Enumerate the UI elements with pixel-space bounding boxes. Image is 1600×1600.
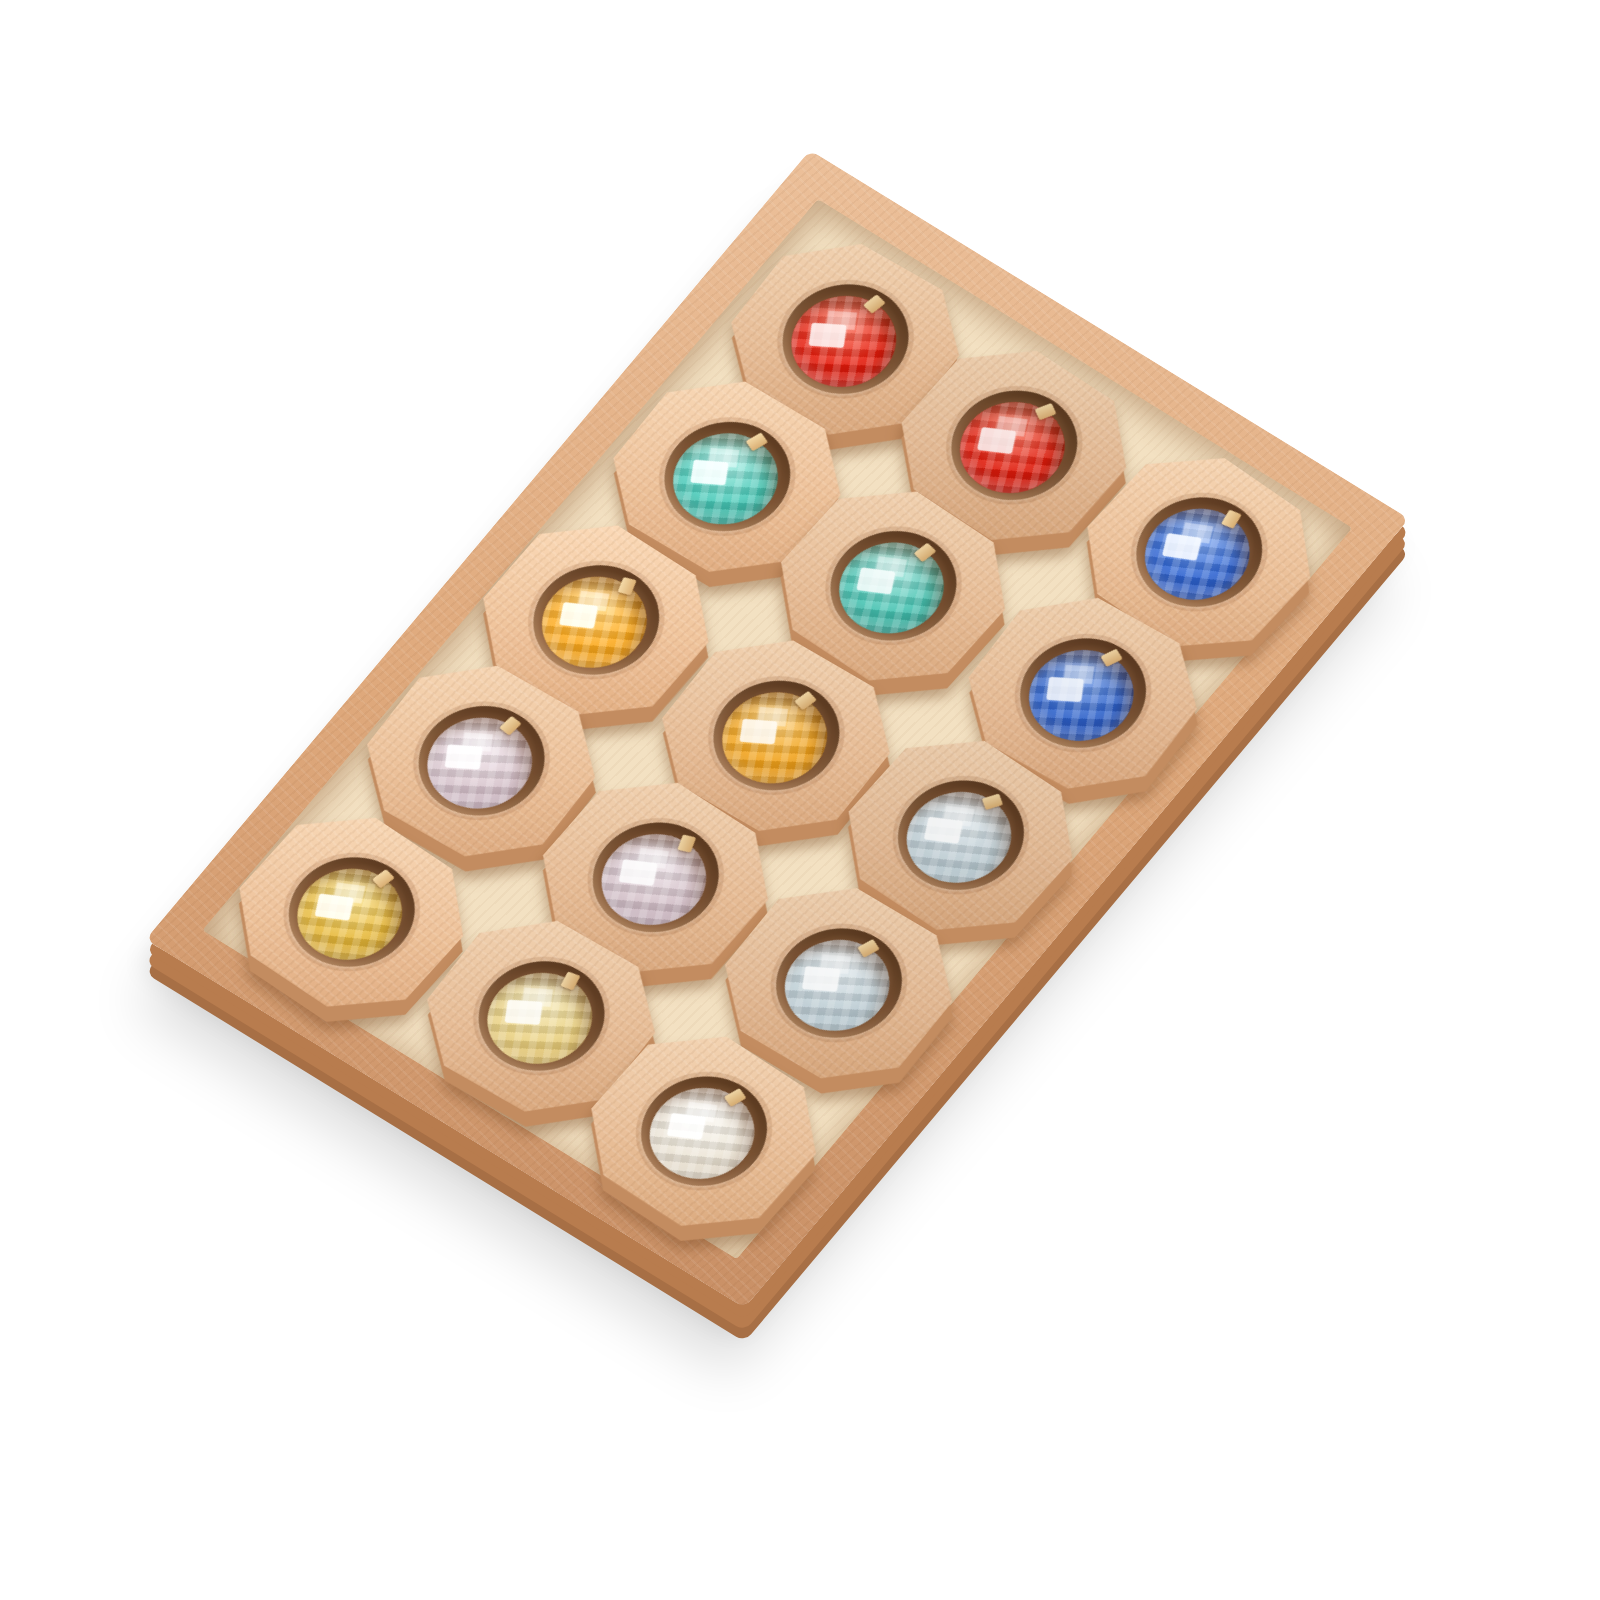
gem-socket bbox=[925, 369, 1102, 522]
gem-socket bbox=[1110, 476, 1287, 629]
gem-board-grid bbox=[208, 204, 1346, 1254]
gem-amber bbox=[702, 674, 848, 800]
gem-red bbox=[771, 279, 917, 404]
gem-blue bbox=[1124, 491, 1271, 618]
wooden-tray bbox=[145, 150, 1409, 1308]
gem-teal bbox=[818, 524, 965, 651]
gem-socket bbox=[751, 908, 927, 1059]
gem-socket bbox=[508, 544, 685, 696]
product-photo bbox=[0, 0, 1600, 1600]
gem-socket bbox=[996, 618, 1171, 769]
gem-blue bbox=[1009, 633, 1154, 758]
gem-socket bbox=[566, 801, 743, 954]
gem-red bbox=[939, 384, 1086, 511]
gem-pale_blue bbox=[764, 923, 910, 1049]
gem-socket bbox=[639, 401, 815, 552]
tray-scene bbox=[145, 150, 1409, 1308]
gem-socket bbox=[873, 759, 1050, 912]
gem-lilac bbox=[580, 816, 727, 943]
gem-amber bbox=[521, 558, 668, 685]
gem-socket bbox=[615, 1055, 792, 1208]
tray-floor bbox=[202, 199, 1352, 1259]
gem-yellow bbox=[466, 955, 612, 1080]
gem-pale_blue bbox=[886, 773, 1033, 900]
gem-teal bbox=[653, 416, 799, 542]
gem-socket bbox=[453, 941, 628, 1092]
gem-lilac bbox=[407, 701, 553, 826]
gem-gold bbox=[276, 851, 423, 978]
gem-socket bbox=[804, 509, 981, 662]
gem-socket bbox=[263, 836, 440, 989]
gem-socket bbox=[393, 686, 568, 837]
gem-socket bbox=[758, 264, 933, 415]
gem-clear bbox=[629, 1070, 776, 1197]
gem-socket bbox=[688, 660, 864, 811]
